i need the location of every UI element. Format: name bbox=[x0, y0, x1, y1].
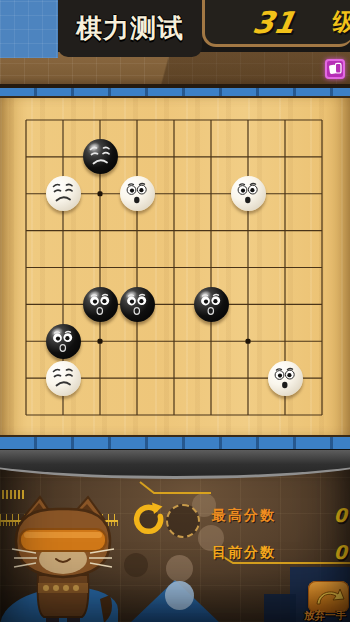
decor-navy-block-small bbox=[264, 594, 296, 622]
pass-arrow-icon bbox=[313, 583, 345, 611]
stone-white-c2r3 bbox=[46, 176, 81, 211]
title-block: 棋力测试 bbox=[58, 0, 202, 57]
best-score-value: 0 bbox=[303, 504, 347, 526]
current-score-label: 目前分数 bbox=[212, 544, 276, 562]
stone-white-c8r8 bbox=[268, 361, 303, 396]
page-title: 棋力测试 bbox=[76, 11, 184, 46]
stone-black-c4r6 bbox=[120, 287, 155, 322]
stone-black-c3r6 bbox=[83, 287, 118, 322]
stone-black-c2r7 bbox=[46, 324, 81, 359]
decor-circle bbox=[124, 553, 148, 577]
level-value: 31 bbox=[250, 5, 298, 40]
stone-white-c4r3 bbox=[120, 176, 155, 211]
star-point bbox=[246, 339, 251, 344]
stone-black-c3r2 bbox=[83, 139, 118, 174]
stone-white-c2r8 bbox=[46, 361, 81, 396]
refresh-button[interactable] bbox=[130, 501, 167, 538]
decor-circle-lightblue bbox=[165, 581, 194, 610]
go-board[interactable] bbox=[0, 96, 350, 437]
stone-white-c7r3 bbox=[231, 176, 266, 211]
best-score-label: 最高分数 bbox=[212, 507, 276, 525]
table-metal-edge bbox=[0, 449, 350, 479]
decor-circle bbox=[166, 555, 193, 582]
current-score-value: 0 bbox=[303, 541, 347, 563]
slot-circle bbox=[166, 504, 200, 538]
back-button-background bbox=[0, 0, 58, 58]
star-point bbox=[98, 191, 103, 196]
level-unit: 级 bbox=[333, 6, 350, 38]
stone-black-c6r6 bbox=[194, 287, 229, 322]
star-point bbox=[98, 339, 103, 344]
pass-button-label[interactable]: 放弃一手 bbox=[301, 609, 349, 622]
level-badge: 31 级 bbox=[202, 0, 350, 47]
board-switch-icon[interactable] bbox=[325, 59, 345, 79]
cat-mascot bbox=[6, 495, 120, 622]
